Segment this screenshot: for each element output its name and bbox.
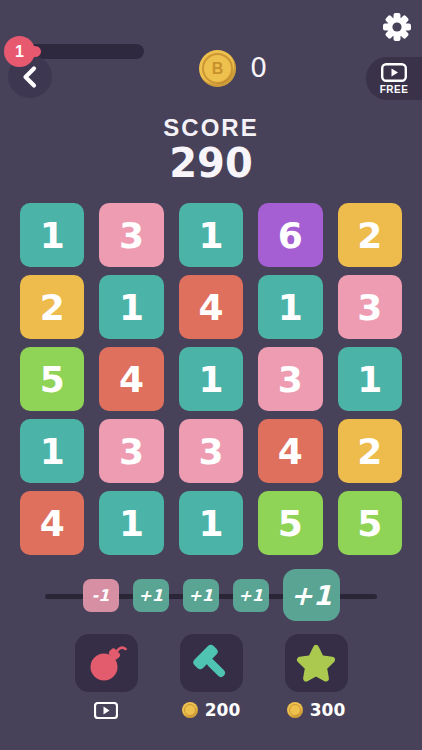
tile-r1c4[interactable]: 6: [258, 203, 322, 267]
tile-r5c2[interactable]: 1: [99, 491, 163, 555]
powerup-3-plus1[interactable]: +1: [183, 579, 219, 612]
powerup-1-minus1[interactable]: -1: [83, 579, 119, 612]
score-value: 290: [0, 140, 422, 186]
free-coins-button[interactable]: FREE: [366, 57, 422, 100]
tile-r5c5[interactable]: 5: [338, 491, 402, 555]
coin-icon: B: [199, 50, 236, 87]
coin-icon: [182, 702, 198, 718]
star-icon: [295, 642, 337, 684]
tile-r3c2[interactable]: 4: [99, 347, 163, 411]
tile-r2c5[interactable]: 3: [338, 275, 402, 339]
tile-r1c1[interactable]: 1: [20, 203, 84, 267]
tile-r1c2[interactable]: 3: [99, 203, 163, 267]
level-badge-value: 1: [15, 43, 24, 61]
bomb-icon: [85, 642, 127, 684]
tile-r2c2[interactable]: 1: [99, 275, 163, 339]
tile-r5c3[interactable]: 1: [179, 491, 243, 555]
tile-r5c1[interactable]: 4: [20, 491, 84, 555]
hammer-cost: 200: [182, 701, 241, 719]
hammer-price: 200: [205, 700, 241, 720]
tile-r4c4[interactable]: 4: [258, 419, 322, 483]
video-ad-icon[interactable]: [94, 702, 118, 719]
tile-r3c4[interactable]: 3: [258, 347, 322, 411]
star-price: 300: [310, 700, 346, 720]
score-label: SCORE: [0, 114, 422, 142]
game-screen: 1 B 0 FREE SCORE 290 1316221413541311334…: [0, 0, 422, 750]
tile-r2c4[interactable]: 1: [258, 275, 322, 339]
tile-r4c5[interactable]: 2: [338, 419, 402, 483]
tile-r4c2[interactable]: 3: [99, 419, 163, 483]
level-progress-bar: [28, 44, 144, 59]
tile-r1c3[interactable]: 1: [179, 203, 243, 267]
star-cost: 300: [287, 701, 346, 719]
powerup-4-plus1[interactable]: +1: [233, 579, 269, 612]
tile-r3c1[interactable]: 5: [20, 347, 84, 411]
shop-item-star: 300: [285, 634, 348, 719]
level-badge: 1: [4, 36, 35, 67]
bomb-button[interactable]: [75, 634, 138, 692]
coin-count: 0: [250, 52, 267, 83]
hammer-icon: [190, 642, 232, 684]
shop-item-bomb: [75, 634, 138, 719]
tile-r3c3[interactable]: 1: [179, 347, 243, 411]
bomb-cost: [94, 701, 118, 719]
board: 1316221413541311334241155: [20, 203, 402, 555]
tile-r3c5[interactable]: 1: [338, 347, 402, 411]
shop-row: 200 300: [0, 634, 422, 719]
shop-item-hammer: 200: [180, 634, 243, 719]
coin-letter: B: [212, 60, 224, 78]
tile-r4c3[interactable]: 3: [179, 419, 243, 483]
powerup-2-plus1[interactable]: +1: [133, 579, 169, 612]
coin-icon: [287, 702, 303, 718]
powerup-row: -1+1+1+1+1: [0, 567, 422, 623]
hammer-button[interactable]: [180, 634, 243, 692]
tile-r1c5[interactable]: 2: [338, 203, 402, 267]
free-label: FREE: [380, 84, 409, 95]
star-button[interactable]: [285, 634, 348, 692]
tile-r4c1[interactable]: 1: [20, 419, 84, 483]
tile-r2c3[interactable]: 4: [179, 275, 243, 339]
settings-gear-icon[interactable]: [381, 11, 413, 43]
tile-r5c4[interactable]: 5: [258, 491, 322, 555]
video-ad-icon: [381, 63, 407, 82]
powerup-5-plus1[interactable]: +1: [283, 569, 340, 621]
tile-r2c1[interactable]: 2: [20, 275, 84, 339]
chevron-left-icon: [20, 65, 40, 89]
